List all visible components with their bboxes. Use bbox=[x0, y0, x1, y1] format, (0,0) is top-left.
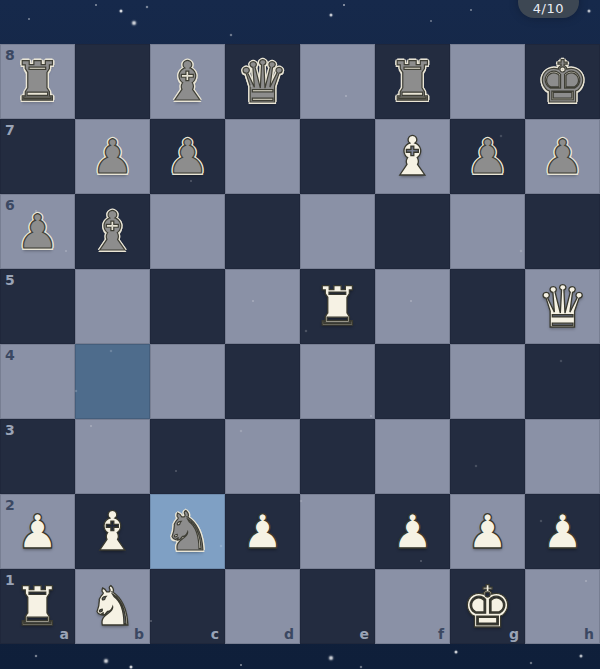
square-b2[interactable]: ♝ bbox=[75, 494, 150, 569]
square-b7[interactable]: ♟ bbox=[75, 119, 150, 194]
piece-white-king[interactable]: ♚ bbox=[450, 569, 525, 644]
file-label-c: c bbox=[211, 626, 219, 642]
square-c7[interactable]: ♟ bbox=[150, 119, 225, 194]
piece-black-bishop[interactable]: ♝ bbox=[75, 194, 150, 269]
square-a8[interactable]: 8♜ bbox=[0, 44, 75, 119]
square-b6[interactable]: ♝ bbox=[75, 194, 150, 269]
piece-black-pawn[interactable]: ♟ bbox=[75, 119, 150, 194]
square-c5[interactable] bbox=[150, 269, 225, 344]
square-f7[interactable]: ♝ bbox=[375, 119, 450, 194]
square-g7[interactable]: ♟ bbox=[450, 119, 525, 194]
square-g1[interactable]: g♚ bbox=[450, 569, 525, 644]
square-h6[interactable] bbox=[525, 194, 600, 269]
square-e8[interactable] bbox=[300, 44, 375, 119]
square-d1[interactable]: d bbox=[225, 569, 300, 644]
square-e7[interactable] bbox=[300, 119, 375, 194]
file-label-e: e bbox=[360, 626, 370, 642]
square-d2[interactable]: ♟ bbox=[225, 494, 300, 569]
square-c4[interactable] bbox=[150, 344, 225, 419]
square-h5[interactable]: ♛ bbox=[525, 269, 600, 344]
square-c2[interactable]: ♞ bbox=[150, 494, 225, 569]
piece-white-pawn[interactable]: ♟ bbox=[450, 494, 525, 569]
square-d5[interactable] bbox=[225, 269, 300, 344]
square-d8[interactable]: ♛ bbox=[225, 44, 300, 119]
square-a6[interactable]: 6♟ bbox=[0, 194, 75, 269]
square-f2[interactable]: ♟ bbox=[375, 494, 450, 569]
puzzle-progress-label: 4/10 bbox=[533, 1, 564, 16]
piece-black-rook[interactable]: ♜ bbox=[375, 44, 450, 119]
square-g8[interactable] bbox=[450, 44, 525, 119]
starfield bbox=[0, 0, 2, 2]
piece-white-bishop[interactable]: ♝ bbox=[375, 119, 450, 194]
square-f3[interactable] bbox=[375, 419, 450, 494]
square-e3[interactable] bbox=[300, 419, 375, 494]
square-f6[interactable] bbox=[375, 194, 450, 269]
piece-black-pawn[interactable]: ♟ bbox=[150, 119, 225, 194]
square-a5[interactable]: 5 bbox=[0, 269, 75, 344]
square-c1[interactable]: c bbox=[150, 569, 225, 644]
square-h7[interactable]: ♟ bbox=[525, 119, 600, 194]
piece-white-pawn[interactable]: ♟ bbox=[525, 494, 600, 569]
square-a7[interactable]: 7 bbox=[0, 119, 75, 194]
piece-black-queen[interactable]: ♛ bbox=[225, 44, 300, 119]
piece-black-knight[interactable]: ♞ bbox=[150, 494, 225, 569]
square-e5[interactable]: ♜ bbox=[300, 269, 375, 344]
piece-white-rook[interactable]: ♜ bbox=[300, 269, 375, 344]
rank-label-4: 4 bbox=[5, 347, 15, 363]
square-h8[interactable]: ♚ bbox=[525, 44, 600, 119]
square-h1[interactable]: h bbox=[525, 569, 600, 644]
square-b5[interactable] bbox=[75, 269, 150, 344]
piece-black-pawn[interactable]: ♟ bbox=[0, 194, 75, 269]
square-h2[interactable]: ♟ bbox=[525, 494, 600, 569]
square-d3[interactable] bbox=[225, 419, 300, 494]
rank-label-7: 7 bbox=[5, 122, 15, 138]
app-screen: 4/10 8♜♝♛♜♚7♟♟♝♟♟6♟♝5♜♛432♟♝♞♟♟♟♟1a♜b♞cd… bbox=[0, 0, 600, 669]
piece-white-rook[interactable]: ♜ bbox=[0, 569, 75, 644]
file-label-f: f bbox=[438, 626, 444, 642]
piece-black-bishop[interactable]: ♝ bbox=[150, 44, 225, 119]
square-d6[interactable] bbox=[225, 194, 300, 269]
piece-white-pawn[interactable]: ♟ bbox=[375, 494, 450, 569]
square-h4[interactable] bbox=[525, 344, 600, 419]
piece-white-pawn[interactable]: ♟ bbox=[225, 494, 300, 569]
square-b3[interactable] bbox=[75, 419, 150, 494]
square-b4[interactable] bbox=[75, 344, 150, 419]
square-f4[interactable] bbox=[375, 344, 450, 419]
square-e2[interactable] bbox=[300, 494, 375, 569]
square-a2[interactable]: 2♟ bbox=[0, 494, 75, 569]
square-g4[interactable] bbox=[450, 344, 525, 419]
square-h3[interactable] bbox=[525, 419, 600, 494]
rank-label-5: 5 bbox=[5, 272, 15, 288]
puzzle-progress-badge: 4/10 bbox=[518, 0, 579, 18]
square-d7[interactable] bbox=[225, 119, 300, 194]
file-label-h: h bbox=[584, 626, 594, 642]
piece-white-queen[interactable]: ♛ bbox=[525, 269, 600, 344]
square-e1[interactable]: e bbox=[300, 569, 375, 644]
square-e6[interactable] bbox=[300, 194, 375, 269]
square-f1[interactable]: f bbox=[375, 569, 450, 644]
square-g2[interactable]: ♟ bbox=[450, 494, 525, 569]
rank-label-3: 3 bbox=[5, 422, 15, 438]
square-a3[interactable]: 3 bbox=[0, 419, 75, 494]
square-a4[interactable]: 4 bbox=[0, 344, 75, 419]
square-f5[interactable] bbox=[375, 269, 450, 344]
piece-black-pawn[interactable]: ♟ bbox=[525, 119, 600, 194]
starfield-faint bbox=[0, 0, 2, 2]
square-e4[interactable] bbox=[300, 344, 375, 419]
square-c8[interactable]: ♝ bbox=[150, 44, 225, 119]
file-label-d: d bbox=[284, 626, 294, 642]
piece-white-pawn[interactable]: ♟ bbox=[0, 494, 75, 569]
piece-black-rook[interactable]: ♜ bbox=[0, 44, 75, 119]
square-g6[interactable] bbox=[450, 194, 525, 269]
piece-black-king[interactable]: ♚ bbox=[525, 44, 600, 119]
square-a1[interactable]: 1a♜ bbox=[0, 569, 75, 644]
square-f8[interactable]: ♜ bbox=[375, 44, 450, 119]
square-g3[interactable] bbox=[450, 419, 525, 494]
square-d4[interactable] bbox=[225, 344, 300, 419]
square-c6[interactable] bbox=[150, 194, 225, 269]
piece-black-pawn[interactable]: ♟ bbox=[450, 119, 525, 194]
piece-white-knight[interactable]: ♞ bbox=[75, 569, 150, 644]
square-b8[interactable] bbox=[75, 44, 150, 119]
square-g5[interactable] bbox=[450, 269, 525, 344]
square-b1[interactable]: b♞ bbox=[75, 569, 150, 644]
piece-white-bishop[interactable]: ♝ bbox=[75, 494, 150, 569]
board: 8♜♝♛♜♚7♟♟♝♟♟6♟♝5♜♛432♟♝♞♟♟♟♟1a♜b♞cdefg♚h bbox=[0, 44, 600, 644]
square-c3[interactable] bbox=[150, 419, 225, 494]
